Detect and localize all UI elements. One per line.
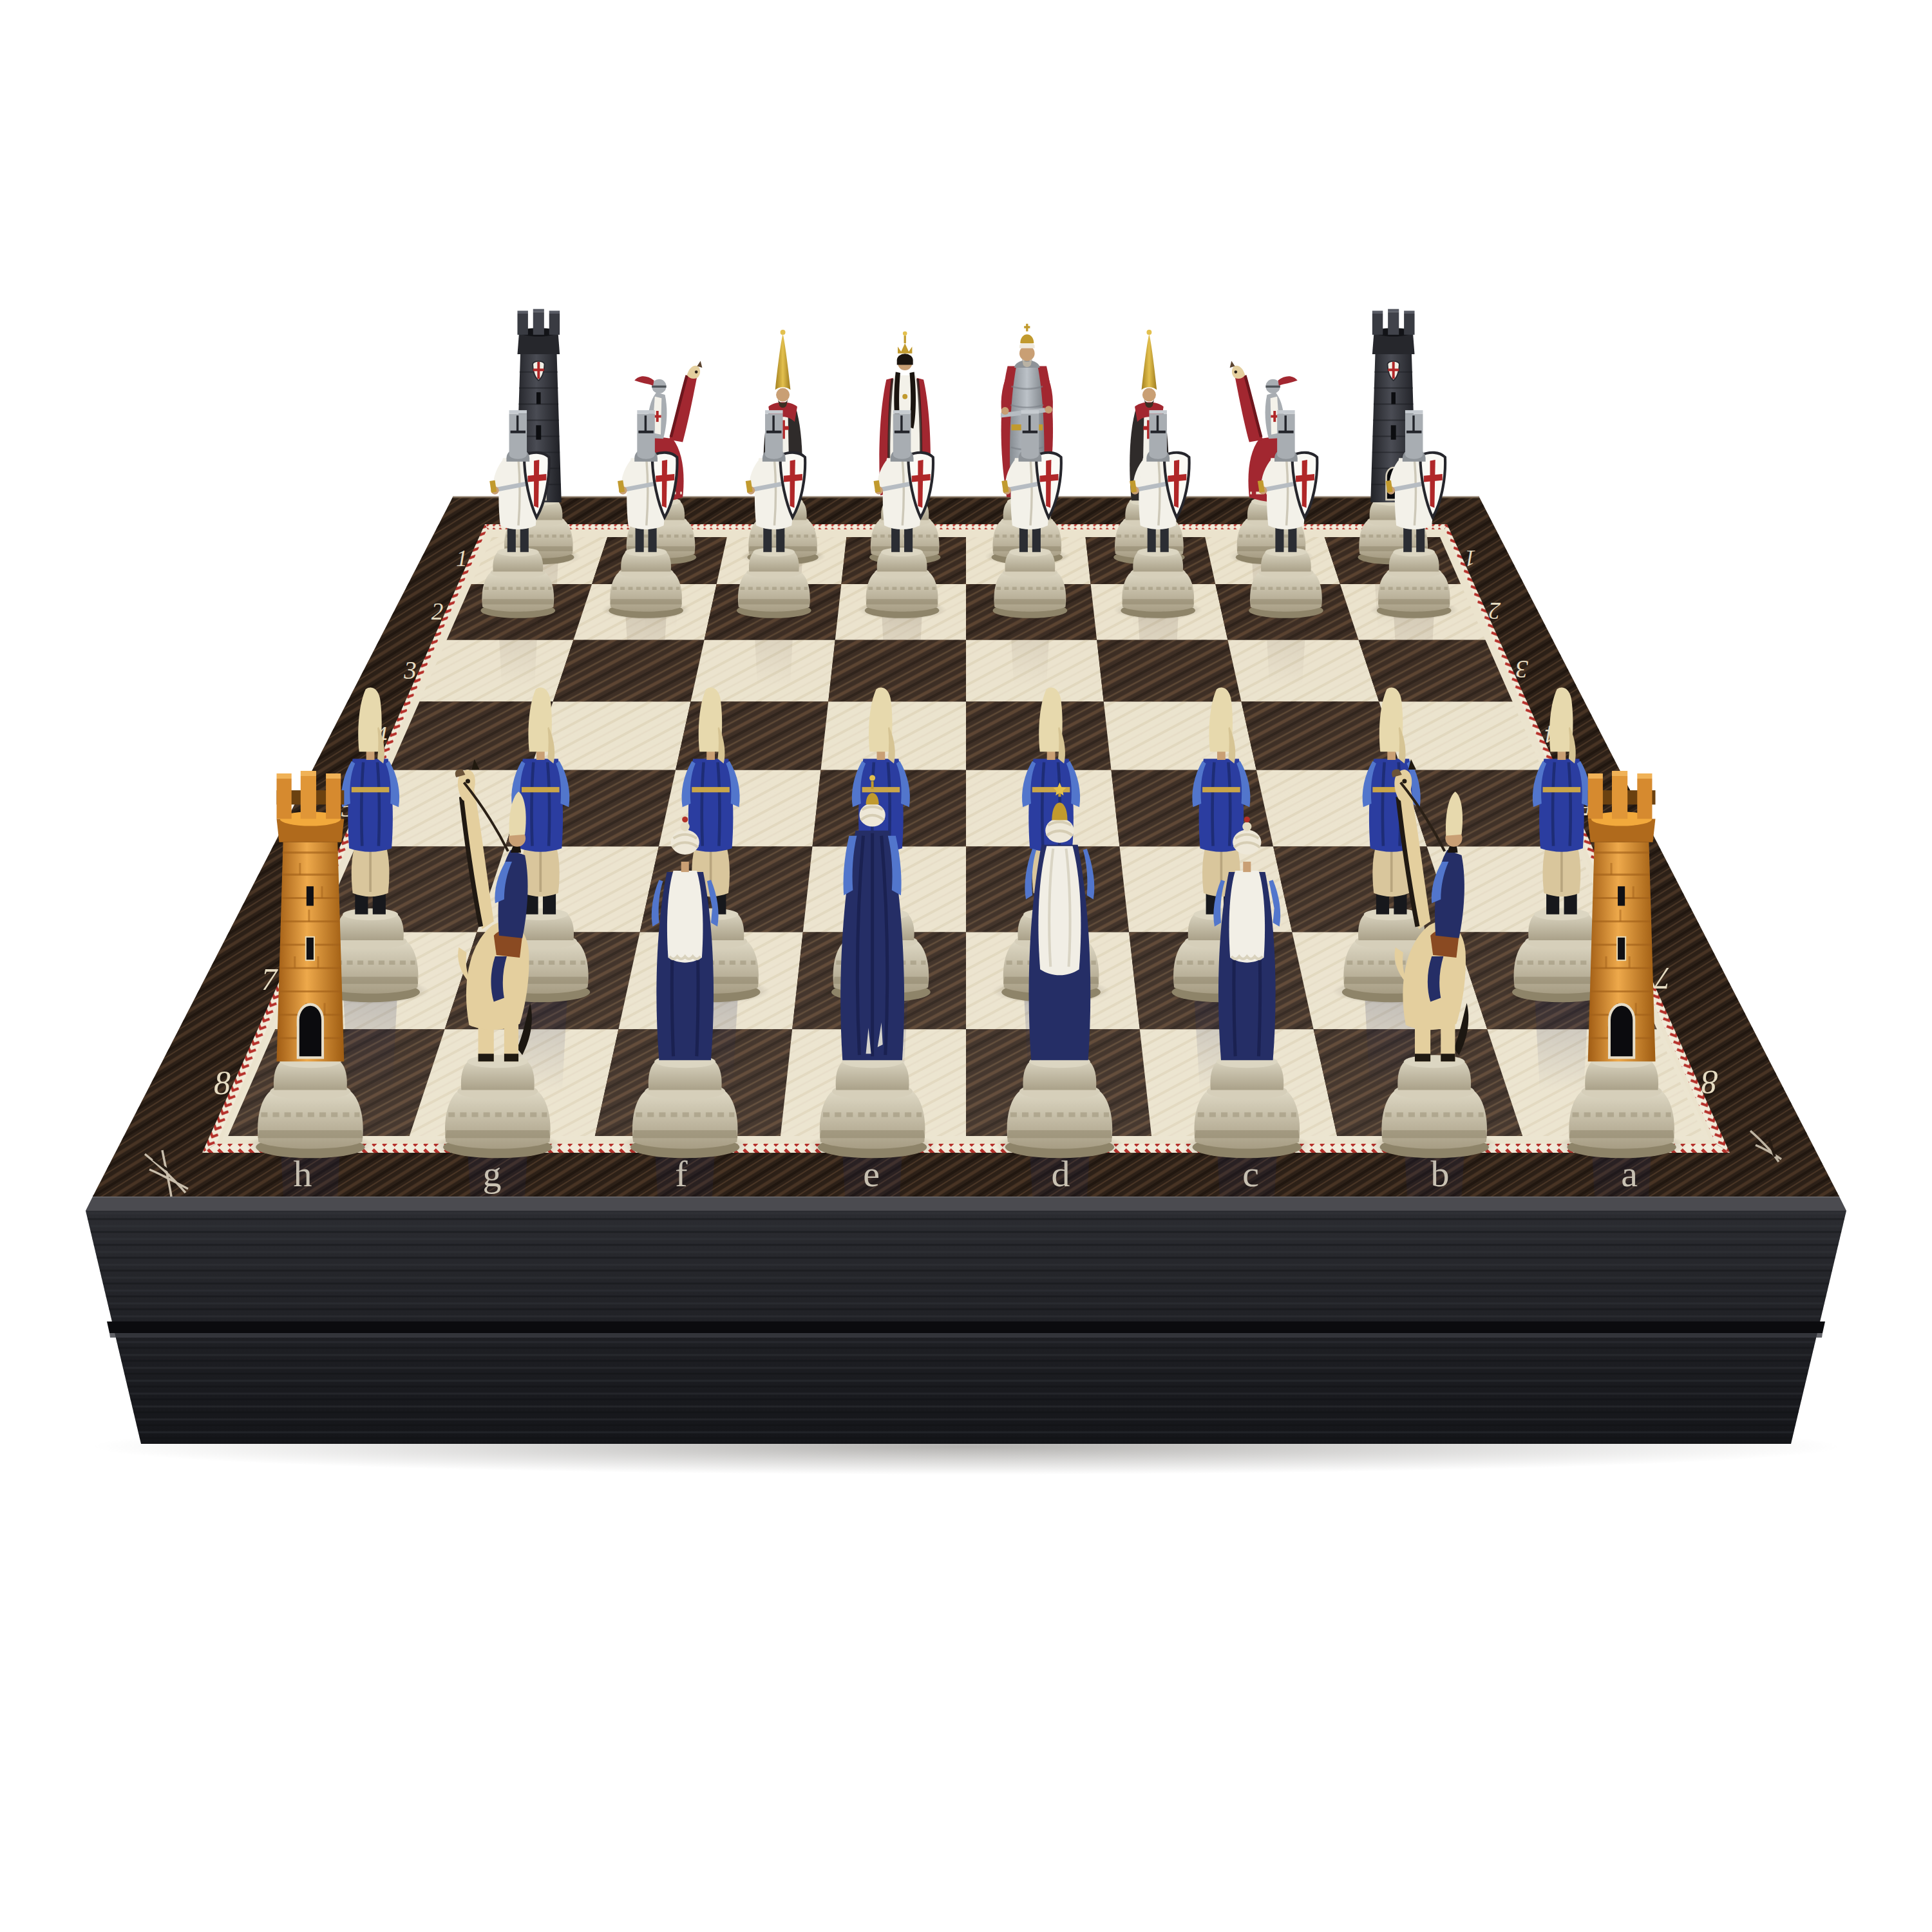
piece-reflection bbox=[1394, 612, 1434, 685]
piece-reflection bbox=[343, 994, 397, 1091]
rank-label-left-8: 8 bbox=[214, 1065, 231, 1101]
chess-set-photo: 1122334455667788hgfedcba bbox=[0, 0, 1932, 1932]
piece-reflection bbox=[1010, 612, 1050, 685]
piece-reflection bbox=[882, 612, 922, 685]
rank-label-left-3: 3 bbox=[403, 656, 417, 684]
piece-reflection bbox=[625, 612, 667, 685]
playing-field bbox=[222, 533, 1710, 1140]
rank-label-right-7: 7 bbox=[1653, 961, 1671, 996]
rank-label-left-1: 1 bbox=[456, 546, 468, 571]
piece-reflection bbox=[1535, 994, 1589, 1091]
rank-label-right-1: 1 bbox=[1464, 545, 1476, 571]
rank-label-left-7: 7 bbox=[261, 961, 279, 997]
piece-reflection bbox=[753, 612, 794, 685]
piece-reflection bbox=[498, 612, 538, 685]
rank-label-right-3: 3 bbox=[1515, 656, 1529, 683]
rank-label-right-8: 8 bbox=[1701, 1064, 1718, 1101]
rank-label-left-2: 2 bbox=[431, 598, 444, 625]
rank-label-right-2: 2 bbox=[1489, 598, 1501, 624]
storage-case bbox=[86, 1197, 1846, 1444]
piece-reflection bbox=[1138, 612, 1179, 685]
piece-reflection bbox=[1265, 612, 1307, 685]
case-groove[interactable] bbox=[107, 1321, 1825, 1333]
board-front-bevel bbox=[86, 1197, 1846, 1211]
